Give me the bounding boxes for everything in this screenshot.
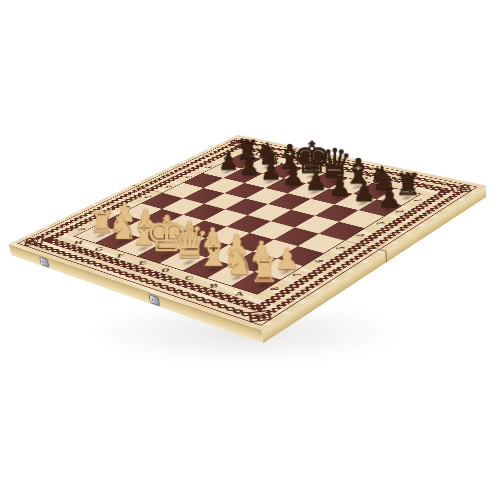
product-photo-scene: HGFEDCBA8765432187654321HGFEDCBA ♜♟♟♜♞♟♟… — [0, 0, 500, 500]
file-label-far-g: G — [271, 157, 279, 161]
file-label-far-e: E — [315, 166, 322, 170]
file-label-far-h: H — [250, 152, 258, 156]
camera-tilt: HGFEDCBA8765432187654321HGFEDCBA ♜♟♟♜♞♟♟… — [0, 0, 500, 500]
white-rook-glyph: ♜ — [248, 254, 279, 288]
black-pawn-glyph: ♟ — [377, 184, 401, 211]
perspective-container: HGFEDCBA8765432187654321HGFEDCBA ♜♟♟♜♞♟♟… — [0, 0, 500, 500]
chess-board: HGFEDCBA8765432187654321HGFEDCBA ♜♟♟♜♞♟♟… — [9, 135, 486, 331]
file-label-far-d: D — [337, 171, 345, 176]
metal-clasp — [149, 294, 160, 306]
file-label-far-f: F — [293, 161, 299, 165]
metal-clasp — [39, 256, 49, 267]
fold-seam-edge — [385, 250, 387, 262]
black-pawn-glyph: ♟ — [352, 179, 375, 205]
